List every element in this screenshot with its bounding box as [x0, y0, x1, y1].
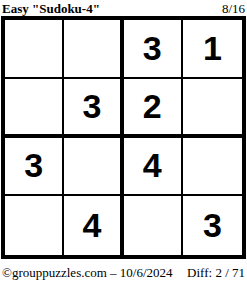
difficulty-rating: Diff: 2 / 71 — [187, 266, 245, 280]
cell-r2c3: 2 — [124, 79, 183, 138]
cell-r2c2: 3 — [64, 79, 123, 138]
header: Easy "Sudoku-4" 8/16 — [0, 0, 247, 16]
sudoku-board: 3 1 3 2 3 4 4 3 — [1, 16, 246, 259]
cell-r3c4[interactable] — [183, 138, 242, 197]
cell-r3c2[interactable] — [64, 138, 123, 197]
cell-r3c1: 3 — [5, 138, 64, 197]
cell-r1c1[interactable] — [5, 20, 64, 79]
cell-r4c3[interactable] — [124, 196, 183, 255]
cell-r1c2[interactable] — [64, 20, 123, 79]
cell-r4c1[interactable] — [5, 196, 64, 255]
footer: ©grouppuzzles.com – 10/6/2024 Diff: 2 / … — [0, 259, 247, 280]
puzzle-title: Easy "Sudoku-4" — [2, 2, 100, 16]
cell-r3c3: 4 — [124, 138, 183, 197]
given-count: 8/16 — [222, 2, 245, 16]
cell-r4c4: 3 — [183, 196, 242, 255]
copyright-date: ©grouppuzzles.com – 10/6/2024 — [2, 266, 173, 280]
cell-r1c3: 3 — [124, 20, 183, 79]
cell-r2c1[interactable] — [5, 79, 64, 138]
cell-r1c4: 1 — [183, 20, 242, 79]
cell-r2c4[interactable] — [183, 79, 242, 138]
cell-r4c2: 4 — [64, 196, 123, 255]
